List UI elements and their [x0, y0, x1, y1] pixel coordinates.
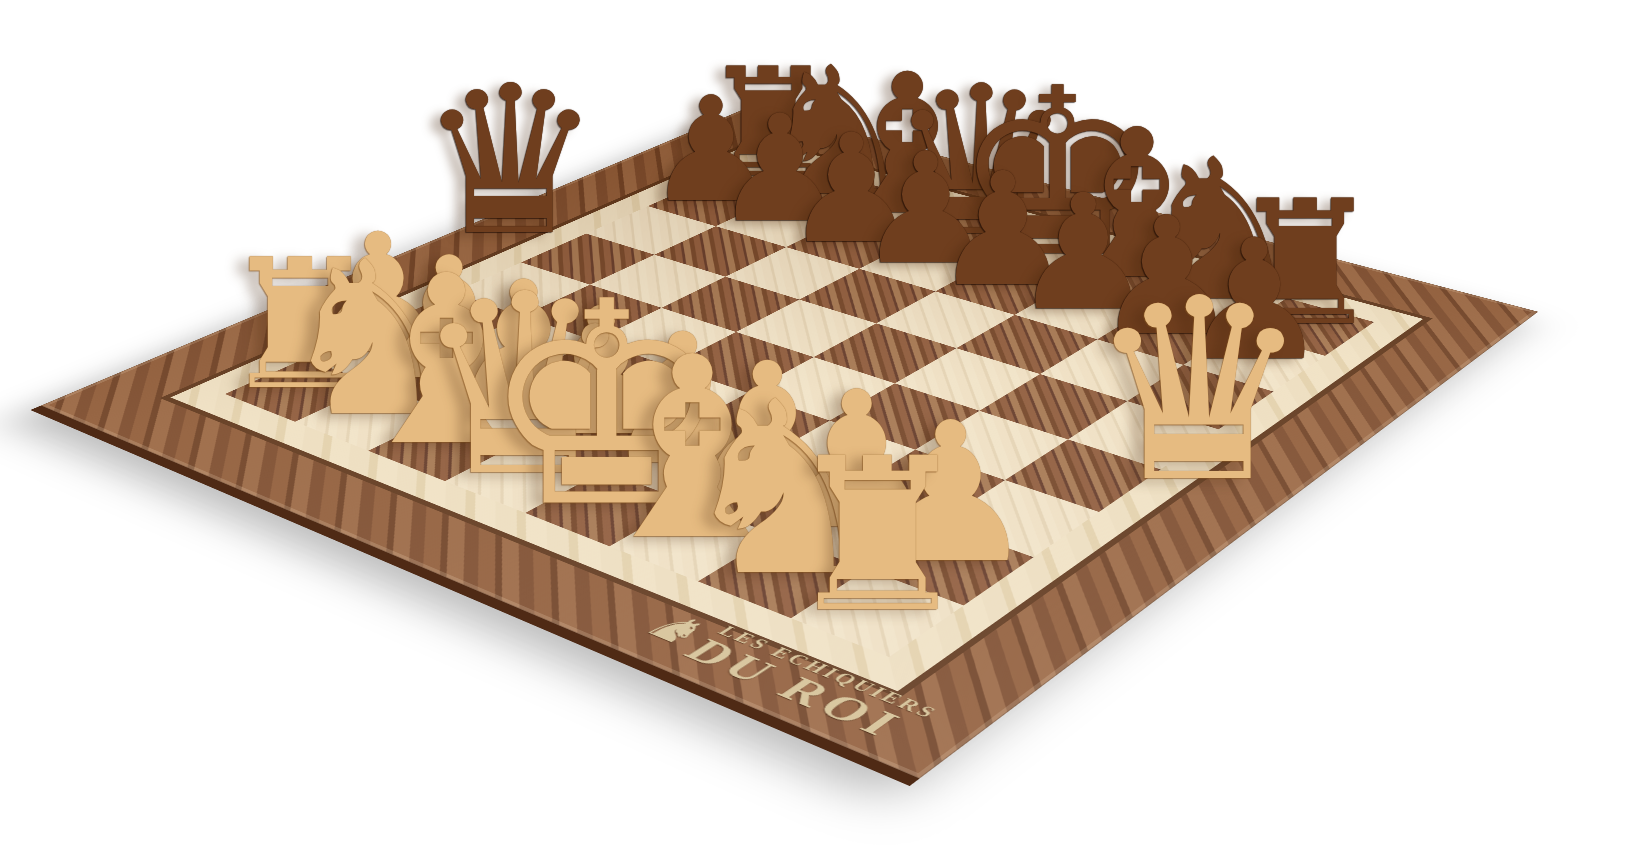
chess-set-photo: ♞ LES ECHIQUIERS DU ROI ♜♞♝♛♚♝♞♜♟♟♟♟♟♟♟♟…	[0, 0, 1627, 855]
chess-board	[225, 155, 1374, 657]
board-plane: ♞ LES ECHIQUIERS DU ROI	[41, 106, 1538, 778]
